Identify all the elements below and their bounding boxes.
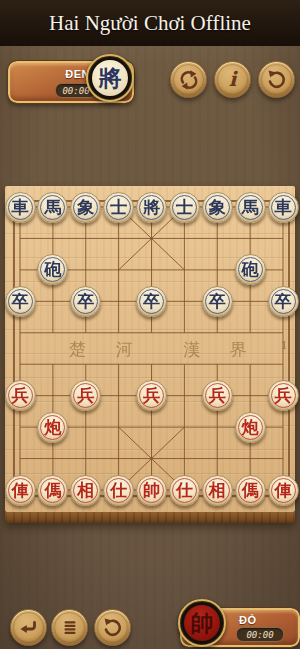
swap-sides-button[interactable] (170, 61, 207, 98)
piece-red-兵[interactable]: 兵 (136, 380, 167, 411)
piece-glyph: 馬 (40, 195, 65, 220)
piece-glyph: 傌 (40, 478, 65, 503)
red-general-badge: 帥 (178, 599, 226, 647)
piece-glyph: 兵 (139, 383, 164, 408)
piece-black-士[interactable]: 士 (169, 192, 200, 223)
piece-glyph: 仕 (106, 478, 131, 503)
black-general-glyph: 將 (92, 60, 128, 96)
piece-glyph: 炮 (238, 415, 263, 440)
reset-button[interactable] (258, 61, 295, 98)
piece-glyph: 帥 (139, 478, 164, 503)
piece-red-仕[interactable]: 仕 (169, 475, 200, 506)
piece-black-卒[interactable]: 卒 (202, 286, 233, 317)
menu-button[interactable] (51, 609, 88, 646)
piece-red-相[interactable]: 相 (70, 475, 101, 506)
piece-glyph: 卒 (271, 289, 296, 314)
undo-arrow-icon (17, 616, 41, 640)
xiangqi-app-screen: Hai Người Chơi Offline ĐEN 00:00 將 i 楚 河… (0, 0, 300, 649)
piece-red-俥[interactable]: 俥 (268, 475, 299, 506)
reset-rotate-icon (265, 68, 289, 92)
piece-glyph: 車 (8, 195, 33, 220)
piece-glyph: 俥 (271, 478, 296, 503)
piece-glyph: 兵 (73, 383, 98, 408)
piece-black-象[interactable]: 象 (202, 192, 233, 223)
piece-glyph: 車 (271, 195, 296, 220)
piece-glyph: 士 (106, 195, 131, 220)
board-surface: 楚 河 漢 界 1 車馬象士將士象馬車砲砲卒卒卒卒卒兵兵兵兵兵炮炮俥傌相仕帥仕相… (5, 186, 295, 512)
piece-glyph: 士 (172, 195, 197, 220)
piece-black-卒[interactable]: 卒 (5, 286, 36, 317)
header-bar: Hai Người Chơi Offline (0, 0, 300, 46)
restart-button[interactable] (94, 609, 131, 646)
red-player-label: ĐỎ (239, 614, 257, 626)
piece-glyph: 俥 (8, 478, 33, 503)
undo-move-button[interactable] (10, 609, 47, 646)
menu-bars-icon (58, 616, 82, 640)
piece-red-仕[interactable]: 仕 (103, 475, 134, 506)
piece-black-卒[interactable]: 卒 (70, 286, 101, 317)
piece-black-馬[interactable]: 馬 (235, 192, 266, 223)
piece-glyph: 卒 (205, 289, 230, 314)
piece-black-象[interactable]: 象 (70, 192, 101, 223)
piece-glyph: 相 (205, 478, 230, 503)
piece-glyph: 相 (73, 478, 98, 503)
piece-glyph: 兵 (8, 383, 33, 408)
piece-black-將[interactable]: 將 (136, 192, 167, 223)
red-player-timer: 00:00 (236, 627, 284, 642)
xiangqi-board[interactable]: 楚 河 漢 界 1 車馬象士將士象馬車砲砲卒卒卒卒卒兵兵兵兵兵炮炮俥傌相仕帥仕相… (5, 186, 295, 523)
piece-black-車[interactable]: 車 (5, 192, 36, 223)
board-edge (5, 512, 295, 523)
piece-glyph: 兵 (205, 383, 230, 408)
piece-glyph: 卒 (73, 289, 98, 314)
piece-black-馬[interactable]: 馬 (37, 192, 68, 223)
piece-glyph: 象 (73, 195, 98, 220)
piece-glyph: 仕 (172, 478, 197, 503)
piece-glyph: 兵 (271, 383, 296, 408)
piece-glyph: 傌 (238, 478, 263, 503)
piece-glyph: 將 (139, 195, 164, 220)
piece-black-士[interactable]: 士 (103, 192, 134, 223)
piece-glyph: 炮 (40, 415, 65, 440)
page-title: Hai Người Chơi Offline (49, 11, 251, 36)
black-general-badge: 將 (86, 54, 134, 102)
board-grid-lines (5, 186, 295, 512)
piece-black-卒[interactable]: 卒 (268, 286, 299, 317)
swap-arrows-icon (177, 68, 201, 92)
piece-black-卒[interactable]: 卒 (136, 286, 167, 317)
piece-red-兵[interactable]: 兵 (5, 380, 36, 411)
piece-red-炮[interactable]: 炮 (235, 412, 266, 443)
piece-red-傌[interactable]: 傌 (37, 475, 68, 506)
piece-black-車[interactable]: 車 (268, 192, 299, 223)
piece-red-兵[interactable]: 兵 (268, 380, 299, 411)
red-general-glyph: 帥 (184, 605, 220, 641)
piece-glyph: 馬 (238, 195, 263, 220)
info-icon: i (229, 69, 237, 89)
piece-red-帥[interactable]: 帥 (136, 475, 167, 506)
piece-black-砲[interactable]: 砲 (235, 254, 266, 285)
piece-red-俥[interactable]: 俥 (5, 475, 36, 506)
piece-red-相[interactable]: 相 (202, 475, 233, 506)
piece-glyph: 砲 (40, 257, 65, 282)
piece-red-傌[interactable]: 傌 (235, 475, 266, 506)
info-button[interactable]: i (214, 61, 251, 98)
piece-red-炮[interactable]: 炮 (37, 412, 68, 443)
piece-glyph: 卒 (8, 289, 33, 314)
restart-rotate-icon (101, 616, 125, 640)
piece-glyph: 象 (205, 195, 230, 220)
piece-glyph: 卒 (139, 289, 164, 314)
piece-red-兵[interactable]: 兵 (202, 380, 233, 411)
piece-glyph: 砲 (238, 257, 263, 282)
